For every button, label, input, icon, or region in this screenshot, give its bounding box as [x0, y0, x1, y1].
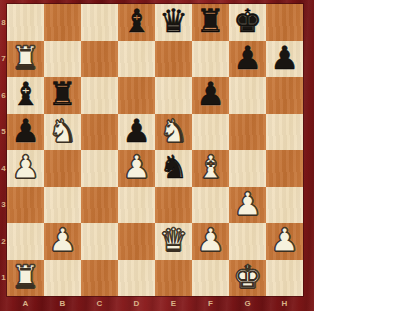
square-g8[interactable]: ♚ — [229, 4, 266, 41]
piece-white-king[interactable]: ♚ — [233, 261, 262, 293]
square-h6[interactable] — [266, 77, 303, 114]
piece-black-rook[interactable]: ♜ — [196, 5, 225, 37]
square-h4[interactable] — [266, 150, 303, 187]
square-c1[interactable] — [81, 260, 118, 297]
piece-black-pawn[interactable]: ♟ — [196, 78, 225, 110]
file-label-c: C — [81, 297, 118, 310]
square-f4[interactable]: ♝ — [192, 150, 229, 187]
square-f6[interactable]: ♟ — [192, 77, 229, 114]
piece-black-queen[interactable]: ♛ — [159, 5, 188, 37]
piece-white-pawn[interactable]: ♟ — [48, 224, 77, 256]
rank-label-5: 5 — [0, 114, 7, 151]
square-d4[interactable]: ♟ — [118, 150, 155, 187]
rank-labels: 87654321 — [0, 4, 7, 296]
square-b7[interactable] — [44, 41, 81, 78]
file-label-b: B — [44, 297, 81, 310]
square-d2[interactable] — [118, 223, 155, 260]
square-h8[interactable] — [266, 4, 303, 41]
square-c4[interactable] — [81, 150, 118, 187]
chess-board-frame: 87654321 ♝♛♜♚♜♟♟♝♜♟♟♞♟♞♟♟♞♝♟♟♛♟♟♜♚ ABCDE… — [0, 0, 314, 311]
square-a4[interactable]: ♟ — [7, 150, 44, 187]
square-f1[interactable] — [192, 260, 229, 297]
square-c3[interactable] — [81, 187, 118, 224]
square-d7[interactable] — [118, 41, 155, 78]
piece-black-pawn[interactable]: ♟ — [122, 115, 151, 147]
rank-label-4: 4 — [0, 150, 7, 187]
square-c5[interactable] — [81, 114, 118, 151]
square-a2[interactable] — [7, 223, 44, 260]
square-e1[interactable] — [155, 260, 192, 297]
board-grid: ♝♛♜♚♜♟♟♝♜♟♟♞♟♞♟♟♞♝♟♟♛♟♟♜♚ — [7, 4, 303, 296]
rank-label-8: 8 — [0, 4, 7, 41]
piece-white-pawn[interactable]: ♟ — [11, 151, 40, 183]
square-b6[interactable]: ♜ — [44, 77, 81, 114]
square-g1[interactable]: ♚ — [229, 260, 266, 297]
square-b4[interactable] — [44, 150, 81, 187]
piece-black-rook[interactable]: ♜ — [48, 78, 77, 110]
rank-label-1: 1 — [0, 260, 7, 297]
piece-white-pawn[interactable]: ♟ — [270, 224, 299, 256]
file-label-h: H — [266, 297, 303, 310]
piece-black-king[interactable]: ♚ — [233, 5, 262, 37]
square-a1[interactable]: ♜ — [7, 260, 44, 297]
square-e4[interactable]: ♞ — [155, 150, 192, 187]
file-label-e: E — [155, 297, 192, 310]
square-h3[interactable] — [266, 187, 303, 224]
piece-white-pawn[interactable]: ♟ — [233, 188, 262, 220]
square-c7[interactable] — [81, 41, 118, 78]
piece-white-bishop[interactable]: ♝ — [196, 151, 225, 183]
square-a7[interactable]: ♜ — [7, 41, 44, 78]
rank-label-2: 2 — [0, 223, 7, 260]
square-f2[interactable]: ♟ — [192, 223, 229, 260]
rank-label-3: 3 — [0, 187, 7, 224]
square-h1[interactable] — [266, 260, 303, 297]
piece-white-queen[interactable]: ♛ — [159, 224, 188, 256]
rank-label-7: 7 — [0, 41, 7, 78]
file-label-d: D — [118, 297, 155, 310]
piece-black-bishop[interactable]: ♝ — [11, 78, 40, 110]
piece-white-knight[interactable]: ♞ — [159, 115, 188, 147]
piece-white-pawn[interactable]: ♟ — [122, 151, 151, 183]
square-b2[interactable]: ♟ — [44, 223, 81, 260]
piece-white-knight[interactable]: ♞ — [48, 115, 77, 147]
square-b5[interactable]: ♞ — [44, 114, 81, 151]
square-b8[interactable] — [44, 4, 81, 41]
square-d3[interactable] — [118, 187, 155, 224]
square-g4[interactable] — [229, 150, 266, 187]
square-b3[interactable] — [44, 187, 81, 224]
square-e5[interactable]: ♞ — [155, 114, 192, 151]
square-c2[interactable] — [81, 223, 118, 260]
file-labels: ABCDEFGH — [7, 297, 303, 310]
square-h7[interactable]: ♟ — [266, 41, 303, 78]
rank-label-6: 6 — [0, 77, 7, 114]
square-a3[interactable] — [7, 187, 44, 224]
piece-white-pawn[interactable]: ♟ — [196, 224, 225, 256]
piece-black-knight[interactable]: ♞ — [159, 151, 188, 183]
file-label-f: F — [192, 297, 229, 310]
square-e8[interactable]: ♛ — [155, 4, 192, 41]
square-c6[interactable] — [81, 77, 118, 114]
square-g2[interactable] — [229, 223, 266, 260]
piece-black-pawn[interactable]: ♟ — [11, 115, 40, 147]
square-a6[interactable]: ♝ — [7, 77, 44, 114]
square-c8[interactable] — [81, 4, 118, 41]
square-f3[interactable] — [192, 187, 229, 224]
square-f5[interactable] — [192, 114, 229, 151]
square-a8[interactable] — [7, 4, 44, 41]
square-e7[interactable] — [155, 41, 192, 78]
square-h2[interactable]: ♟ — [266, 223, 303, 260]
square-d1[interactable] — [118, 260, 155, 297]
page: 87654321 ♝♛♜♚♜♟♟♝♜♟♟♞♟♞♟♟♞♝♟♟♛♟♟♜♚ ABCDE… — [0, 0, 414, 311]
piece-black-bishop[interactable]: ♝ — [122, 5, 151, 37]
square-d5[interactable]: ♟ — [118, 114, 155, 151]
piece-black-pawn[interactable]: ♟ — [233, 42, 262, 74]
square-g3[interactable]: ♟ — [229, 187, 266, 224]
square-h5[interactable] — [266, 114, 303, 151]
square-a5[interactable]: ♟ — [7, 114, 44, 151]
square-e2[interactable]: ♛ — [155, 223, 192, 260]
piece-black-pawn[interactable]: ♟ — [270, 42, 299, 74]
file-label-g: G — [229, 297, 266, 310]
square-g7[interactable]: ♟ — [229, 41, 266, 78]
square-g5[interactable] — [229, 114, 266, 151]
square-d8[interactable]: ♝ — [118, 4, 155, 41]
square-g6[interactable] — [229, 77, 266, 114]
square-e6[interactable] — [155, 77, 192, 114]
piece-white-rook[interactable]: ♜ — [11, 42, 40, 74]
square-e3[interactable] — [155, 187, 192, 224]
square-f8[interactable]: ♜ — [192, 4, 229, 41]
piece-white-rook[interactable]: ♜ — [11, 261, 40, 293]
square-f7[interactable] — [192, 41, 229, 78]
square-b1[interactable] — [44, 260, 81, 297]
square-d6[interactable] — [118, 77, 155, 114]
file-label-a: A — [7, 297, 44, 310]
